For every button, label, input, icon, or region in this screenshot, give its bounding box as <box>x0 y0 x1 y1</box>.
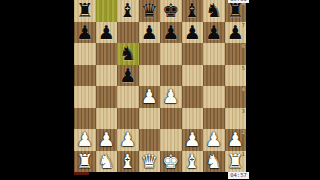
square-a3[interactable] <box>74 108 96 130</box>
black-king-piece[interactable]: ♚ <box>162 1 179 20</box>
square-h7[interactable]: 7♟ <box>225 22 247 44</box>
black-pawn-piece[interactable]: ♟ <box>141 23 158 42</box>
white-bishop-piece[interactable]: ♝ <box>184 152 201 171</box>
square-d6[interactable] <box>139 43 161 65</box>
square-d8[interactable]: ♛ <box>139 0 161 22</box>
black-pawn-piece[interactable]: ♟ <box>119 66 136 85</box>
white-pawn-piece[interactable]: ♟ <box>119 130 136 149</box>
square-f1[interactable]: ♝ <box>182 151 204 173</box>
black-pawn-piece[interactable]: ♟ <box>98 23 115 42</box>
black-pawn-piece[interactable]: ♟ <box>76 23 93 42</box>
rank-coordinate-5: 5 <box>242 65 245 71</box>
white-pawn-piece[interactable]: ♟ <box>141 87 158 106</box>
white-clock: 04:57 <box>228 172 249 179</box>
square-e3[interactable] <box>160 108 182 130</box>
square-e5[interactable] <box>160 65 182 87</box>
black-knight-piece[interactable]: ♞ <box>119 44 136 63</box>
square-f2[interactable]: ♟ <box>182 129 204 151</box>
square-d7[interactable]: ♟ <box>139 22 161 44</box>
square-d3[interactable] <box>139 108 161 130</box>
square-e1[interactable]: ♚ <box>160 151 182 173</box>
white-pawn-piece[interactable]: ♟ <box>162 87 179 106</box>
white-pawn-piece[interactable]: ♟ <box>76 130 93 149</box>
square-d4[interactable]: ♟ <box>139 86 161 108</box>
square-a5[interactable] <box>74 65 96 87</box>
square-b3[interactable] <box>96 108 118 130</box>
white-bishop-piece[interactable]: ♝ <box>119 152 136 171</box>
square-f5[interactable] <box>182 65 204 87</box>
square-a1[interactable]: ♜ <box>74 151 96 173</box>
square-g2[interactable]: ♟ <box>203 129 225 151</box>
square-f4[interactable] <box>182 86 204 108</box>
square-d1[interactable]: ♛ <box>139 151 161 173</box>
square-g3[interactable] <box>203 108 225 130</box>
square-h1[interactable]: 1♜ <box>225 151 247 173</box>
square-c3[interactable] <box>117 108 139 130</box>
square-b2[interactable]: ♟ <box>96 129 118 151</box>
square-c8[interactable]: ♝ <box>117 0 139 22</box>
rank-coordinate-6: 6 <box>242 43 245 49</box>
square-f3[interactable] <box>182 108 204 130</box>
square-h8[interactable]: 8♜ <box>225 0 247 22</box>
square-b5[interactable] <box>96 65 118 87</box>
rank-coordinate-7: 7 <box>242 22 245 28</box>
square-g4[interactable] <box>203 86 225 108</box>
square-c5[interactable]: ♟ <box>117 65 139 87</box>
square-b6[interactable] <box>96 43 118 65</box>
square-c7[interactable] <box>117 22 139 44</box>
black-rook-piece[interactable]: ♜ <box>76 1 93 20</box>
square-e4[interactable]: ♟ <box>160 86 182 108</box>
square-b8[interactable] <box>96 0 118 22</box>
square-c4[interactable] <box>117 86 139 108</box>
corner-watermark-sliver <box>74 172 89 175</box>
black-clock: 05:00 <box>228 0 249 3</box>
white-pawn-piece[interactable]: ♟ <box>184 130 201 149</box>
square-h3[interactable]: 3 <box>225 108 247 130</box>
square-b7[interactable]: ♟ <box>96 22 118 44</box>
square-g8[interactable]: ♞ <box>203 0 225 22</box>
square-a4[interactable] <box>74 86 96 108</box>
black-bishop-piece[interactable]: ♝ <box>119 1 136 20</box>
rank-coordinate-1: 1 <box>242 151 245 157</box>
black-pawn-piece[interactable]: ♟ <box>184 23 201 42</box>
square-h5[interactable]: 5 <box>225 65 247 87</box>
white-queen-piece[interactable]: ♛ <box>141 152 158 171</box>
white-knight-piece[interactable]: ♞ <box>205 152 222 171</box>
square-d5[interactable] <box>139 65 161 87</box>
square-e6[interactable] <box>160 43 182 65</box>
black-knight-piece[interactable]: ♞ <box>205 1 222 20</box>
square-a2[interactable]: ♟ <box>74 129 96 151</box>
square-b4[interactable] <box>96 86 118 108</box>
black-queen-piece[interactable]: ♛ <box>141 1 158 20</box>
white-rook-piece[interactable]: ♜ <box>76 152 93 171</box>
white-knight-piece[interactable]: ♞ <box>98 152 115 171</box>
black-pawn-piece[interactable]: ♟ <box>205 23 222 42</box>
square-f7[interactable]: ♟ <box>182 22 204 44</box>
square-g6[interactable] <box>203 43 225 65</box>
black-pawn-piece[interactable]: ♟ <box>162 23 179 42</box>
square-a6[interactable] <box>74 43 96 65</box>
square-d2[interactable] <box>139 129 161 151</box>
square-g7[interactable]: ♟ <box>203 22 225 44</box>
rank-coordinate-3: 3 <box>242 108 245 114</box>
square-e7[interactable]: ♟ <box>160 22 182 44</box>
chess-board: ♜♝♛♚♝♞8♜♟♟♟♟♟♟7♟♞6♟5♟♟43♟♟♟♟♟2♟♜♞♝♛♚♝♞1♜ <box>74 0 246 172</box>
video-frame: ♜♝♛♚♝♞8♜♟♟♟♟♟♟7♟♞6♟5♟♟43♟♟♟♟♟2♟♜♞♝♛♚♝♞1♜… <box>0 0 320 180</box>
square-f6[interactable] <box>182 43 204 65</box>
rank-coordinate-2: 2 <box>242 129 245 135</box>
square-c2[interactable]: ♟ <box>117 129 139 151</box>
square-c6[interactable]: ♞ <box>117 43 139 65</box>
square-a8[interactable]: ♜ <box>74 0 96 22</box>
square-g5[interactable] <box>203 65 225 87</box>
white-king-piece[interactable]: ♚ <box>162 152 179 171</box>
white-pawn-piece[interactable]: ♟ <box>205 130 222 149</box>
square-c1[interactable]: ♝ <box>117 151 139 173</box>
square-h2[interactable]: 2♟ <box>225 129 247 151</box>
black-bishop-piece[interactable]: ♝ <box>184 1 201 20</box>
square-g1[interactable]: ♞ <box>203 151 225 173</box>
square-a7[interactable]: ♟ <box>74 22 96 44</box>
square-e8[interactable]: ♚ <box>160 0 182 22</box>
white-pawn-piece[interactable]: ♟ <box>98 130 115 149</box>
square-h6[interactable]: 6 <box>225 43 247 65</box>
square-h4[interactable]: 4 <box>225 86 247 108</box>
square-b1[interactable]: ♞ <box>96 151 118 173</box>
rank-coordinate-4: 4 <box>242 86 245 92</box>
square-e2[interactable] <box>160 129 182 151</box>
square-f8[interactable]: ♝ <box>182 0 204 22</box>
